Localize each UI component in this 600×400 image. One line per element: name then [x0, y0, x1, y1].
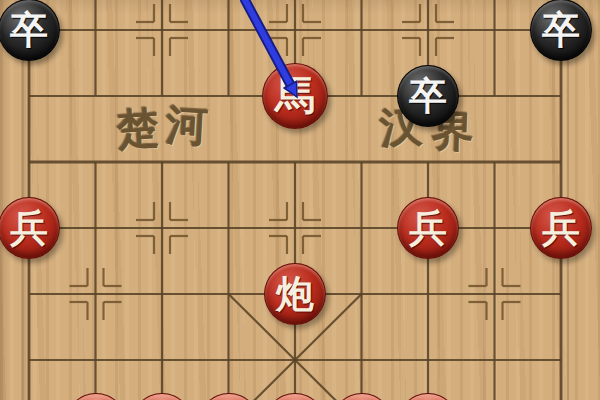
xiangqi-board[interactable]: 楚 河 汉 界 卒卒卒馬兵兵兵炮: [0, 0, 600, 400]
move-arrow: [0, 0, 600, 400]
